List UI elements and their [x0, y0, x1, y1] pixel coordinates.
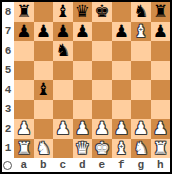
square-f2[interactable]: ♟	[112, 119, 132, 139]
square-a5[interactable]	[14, 61, 34, 81]
square-c4[interactable]	[53, 80, 73, 100]
white-king: ♚	[94, 139, 109, 159]
rank-label-3: 3	[2, 100, 14, 120]
square-f5[interactable]	[112, 61, 132, 81]
square-h7[interactable]: ♟	[151, 22, 171, 42]
white-to-move-indicator	[3, 161, 12, 170]
rank-label-1: 1	[2, 139, 14, 159]
file-label-a: a	[14, 158, 34, 172]
square-d3[interactable]	[73, 100, 93, 120]
black-pawn: ♟	[75, 22, 90, 42]
white-pawn: ♟	[75, 119, 90, 139]
square-h1[interactable]: ♜	[151, 139, 171, 159]
square-f6[interactable]	[112, 41, 132, 61]
file-label-g: g	[131, 158, 151, 172]
white-pawn: ♟	[55, 119, 70, 139]
black-pawn: ♟	[153, 22, 168, 42]
square-b8[interactable]	[34, 2, 54, 22]
square-g7[interactable]: ♝	[131, 22, 151, 42]
square-g3[interactable]	[131, 100, 151, 120]
square-b4[interactable]: ♝	[34, 80, 54, 100]
square-e6[interactable]	[92, 41, 112, 61]
square-c3[interactable]	[53, 100, 73, 120]
black-bishop: ♝	[55, 2, 70, 22]
black-pawn: ♟	[114, 22, 129, 42]
square-f7[interactable]: ♟	[112, 22, 132, 42]
file-labels: abcdefgh	[14, 158, 170, 172]
black-bishop: ♝	[36, 80, 51, 100]
chess-board: ♜♝♛♚♞♜♟♟♟♟♟♝♟♞♝♟♟♟♟♟♟♟♜♞♛♚♝♞♜	[14, 2, 170, 158]
square-d6[interactable]	[73, 41, 93, 61]
black-pawn: ♟	[36, 22, 51, 42]
white-bishop: ♝	[133, 22, 148, 42]
square-a8[interactable]: ♜	[14, 2, 34, 22]
square-a1[interactable]: ♜	[14, 139, 34, 159]
square-d2[interactable]: ♟	[73, 119, 93, 139]
black-king: ♚	[94, 2, 109, 22]
square-e4[interactable]	[92, 80, 112, 100]
square-d1[interactable]: ♛	[73, 139, 93, 159]
square-g8[interactable]: ♞	[131, 2, 151, 22]
white-queen: ♛	[75, 139, 90, 159]
square-d7[interactable]: ♟	[73, 22, 93, 42]
square-a6[interactable]	[14, 41, 34, 61]
white-knight: ♞	[133, 139, 148, 159]
black-knight: ♞	[133, 2, 148, 22]
square-e5[interactable]	[92, 61, 112, 81]
square-h3[interactable]	[151, 100, 171, 120]
square-c2[interactable]: ♟	[53, 119, 73, 139]
square-b5[interactable]	[34, 61, 54, 81]
square-c6[interactable]: ♞	[53, 41, 73, 61]
file-label-b: b	[34, 158, 54, 172]
rank-label-6: 6	[2, 41, 14, 61]
white-pawn: ♟	[16, 119, 31, 139]
file-label-e: e	[92, 158, 112, 172]
square-e3[interactable]	[92, 100, 112, 120]
white-pawn: ♟	[133, 119, 148, 139]
square-f8[interactable]	[112, 2, 132, 22]
rank-label-8: 8	[2, 2, 14, 22]
black-knight: ♞	[55, 41, 70, 61]
square-d8[interactable]: ♛	[73, 2, 93, 22]
square-f4[interactable]	[112, 80, 132, 100]
black-pawn: ♟	[55, 22, 70, 42]
white-knight: ♞	[36, 139, 51, 159]
black-rook: ♜	[16, 2, 31, 22]
square-h6[interactable]	[151, 41, 171, 61]
rank-labels: 87654321	[2, 2, 14, 158]
rank-label-5: 5	[2, 61, 14, 81]
square-a2[interactable]: ♟	[14, 119, 34, 139]
turn-indicator-cell	[2, 158, 14, 172]
square-g4[interactable]	[131, 80, 151, 100]
black-rook: ♜	[153, 2, 168, 22]
square-f3[interactable]	[112, 100, 132, 120]
white-pawn: ♟	[153, 119, 168, 139]
square-a4[interactable]	[14, 80, 34, 100]
square-a7[interactable]: ♟	[14, 22, 34, 42]
chess-diagram: 87654321 ♜♝♛♚♞♜♟♟♟♟♟♝♟♞♝♟♟♟♟♟♟♟♜♞♛♚♝♞♜ a…	[0, 0, 172, 174]
black-pawn: ♟	[16, 22, 31, 42]
white-pawn: ♟	[114, 119, 129, 139]
square-b7[interactable]: ♟	[34, 22, 54, 42]
square-c1[interactable]	[53, 139, 73, 159]
square-h4[interactable]	[151, 80, 171, 100]
rank-label-7: 7	[2, 22, 14, 42]
square-h5[interactable]	[151, 61, 171, 81]
file-label-d: d	[73, 158, 93, 172]
square-c8[interactable]: ♝	[53, 2, 73, 22]
square-g5[interactable]	[131, 61, 151, 81]
square-e8[interactable]: ♚	[92, 2, 112, 22]
square-a3[interactable]	[14, 100, 34, 120]
square-g2[interactable]: ♟	[131, 119, 151, 139]
file-label-h: h	[151, 158, 171, 172]
square-d5[interactable]	[73, 61, 93, 81]
black-queen: ♛	[75, 2, 90, 22]
rank-label-4: 4	[2, 80, 14, 100]
white-pawn: ♟	[94, 119, 109, 139]
rank-label-2: 2	[2, 119, 14, 139]
square-c7[interactable]: ♟	[53, 22, 73, 42]
square-f1[interactable]: ♝	[112, 139, 132, 159]
square-h8[interactable]: ♜	[151, 2, 171, 22]
square-c5[interactable]	[53, 61, 73, 81]
square-g1[interactable]: ♞	[131, 139, 151, 159]
square-h2[interactable]: ♟	[151, 119, 171, 139]
square-b3[interactable]	[34, 100, 54, 120]
square-d4[interactable]	[73, 80, 93, 100]
file-label-f: f	[112, 158, 132, 172]
square-b6[interactable]	[34, 41, 54, 61]
square-b2[interactable]	[34, 119, 54, 139]
file-label-c: c	[53, 158, 73, 172]
white-bishop: ♝	[114, 139, 129, 159]
white-rook: ♜	[16, 139, 31, 159]
square-e2[interactable]: ♟	[92, 119, 112, 139]
square-e1[interactable]: ♚	[92, 139, 112, 159]
square-e7[interactable]	[92, 22, 112, 42]
white-rook: ♜	[153, 139, 168, 159]
square-b1[interactable]: ♞	[34, 139, 54, 159]
square-g6[interactable]	[131, 41, 151, 61]
